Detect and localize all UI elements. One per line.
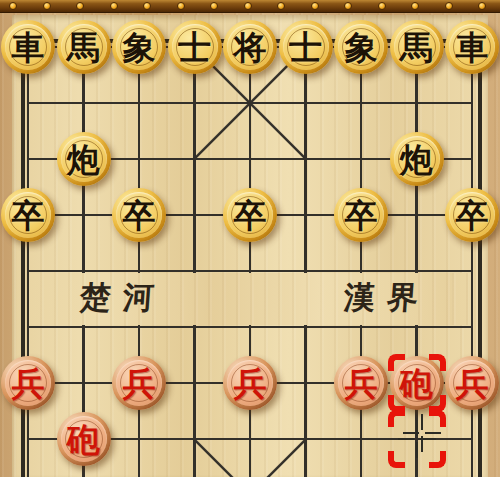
piece-glyph: 卒 xyxy=(445,188,499,242)
piece-glyph: 象 xyxy=(112,20,166,74)
piece-black-elephant[interactable]: 象 xyxy=(334,20,388,74)
piece-glyph: 卒 xyxy=(334,188,388,242)
river-label-right: 漢界 xyxy=(342,270,432,326)
rivet-icon xyxy=(244,2,252,10)
piece-glyph: 車 xyxy=(1,20,55,74)
piece-black-general[interactable]: 将 xyxy=(223,20,277,74)
piece-black-cannon[interactable]: 炮 xyxy=(390,132,444,186)
rivet-icon xyxy=(344,2,352,10)
piece-glyph: 兵 xyxy=(445,356,499,410)
piece-glyph: 兵 xyxy=(223,356,277,410)
rivet-icon xyxy=(177,2,185,10)
piece-black-soldier[interactable]: 卒 xyxy=(445,188,499,242)
rivet-icon xyxy=(411,2,419,10)
piece-red-cannon[interactable]: 砲 xyxy=(57,412,111,466)
piece-glyph: 士 xyxy=(279,20,333,74)
rivet-icon xyxy=(378,2,386,10)
piece-glyph: 卒 xyxy=(223,188,277,242)
piece-black-chariot[interactable]: 車 xyxy=(445,20,499,74)
board-cell[interactable] xyxy=(416,438,472,477)
piece-glyph: 炮 xyxy=(390,132,444,186)
rivet-icon xyxy=(311,2,319,10)
piece-glyph: 象 xyxy=(334,20,388,74)
piece-black-soldier[interactable]: 卒 xyxy=(334,188,388,242)
piece-glyph: 卒 xyxy=(1,188,55,242)
rivet-icon xyxy=(76,2,84,10)
piece-glyph: 兵 xyxy=(1,356,55,410)
piece-black-soldier[interactable]: 卒 xyxy=(112,188,166,242)
piece-red-soldier[interactable]: 兵 xyxy=(445,356,499,410)
board-cell[interactable] xyxy=(138,102,194,158)
board-cell[interactable] xyxy=(305,438,361,477)
piece-black-horse[interactable]: 馬 xyxy=(57,20,111,74)
board-cell[interactable] xyxy=(138,438,194,477)
piece-glyph: 馬 xyxy=(390,20,444,74)
rivet-icon xyxy=(43,2,51,10)
piece-black-advisor[interactable]: 士 xyxy=(168,20,222,74)
piece-glyph: 卒 xyxy=(112,188,166,242)
rivet-icon xyxy=(9,2,17,10)
piece-glyph: 将 xyxy=(223,20,277,74)
piece-glyph: 士 xyxy=(168,20,222,74)
river-label-left: 楚河 xyxy=(78,270,168,326)
piece-glyph: 砲 xyxy=(57,412,111,466)
rivet-icon xyxy=(110,2,118,10)
piece-red-soldier[interactable]: 兵 xyxy=(223,356,277,410)
piece-red-soldier[interactable]: 兵 xyxy=(334,356,388,410)
rivet-icon xyxy=(478,2,486,10)
piece-glyph: 車 xyxy=(445,20,499,74)
piece-red-soldier[interactable]: 兵 xyxy=(1,356,55,410)
board-cell[interactable] xyxy=(360,438,416,477)
piece-glyph: 馬 xyxy=(57,20,111,74)
piece-black-soldier[interactable]: 卒 xyxy=(223,188,277,242)
xiangqi-app: 楚河 漢界 車馬象士将士象馬車炮炮卒卒卒卒卒兵兵兵兵砲兵砲 xyxy=(0,0,500,477)
piece-glyph: 兵 xyxy=(112,356,166,410)
piece-black-elephant[interactable]: 象 xyxy=(112,20,166,74)
piece-red-cannon[interactable]: 砲 xyxy=(390,356,444,410)
piece-glyph: 砲 xyxy=(390,356,444,410)
palace-diagonal-bottom xyxy=(194,439,306,477)
piece-black-chariot[interactable]: 車 xyxy=(1,20,55,74)
rivet-icon xyxy=(210,2,218,10)
piece-black-cannon[interactable]: 炮 xyxy=(57,132,111,186)
wood-frame-top-bar xyxy=(0,0,500,13)
piece-black-advisor[interactable]: 士 xyxy=(279,20,333,74)
rivet-icon xyxy=(277,2,285,10)
piece-glyph: 炮 xyxy=(57,132,111,186)
rivet-icon xyxy=(445,2,453,10)
piece-glyph: 兵 xyxy=(334,356,388,410)
rivet-icon xyxy=(143,2,151,10)
piece-red-soldier[interactable]: 兵 xyxy=(112,356,166,410)
piece-black-soldier[interactable]: 卒 xyxy=(1,188,55,242)
piece-black-horse[interactable]: 馬 xyxy=(390,20,444,74)
board-cell[interactable] xyxy=(305,102,361,158)
